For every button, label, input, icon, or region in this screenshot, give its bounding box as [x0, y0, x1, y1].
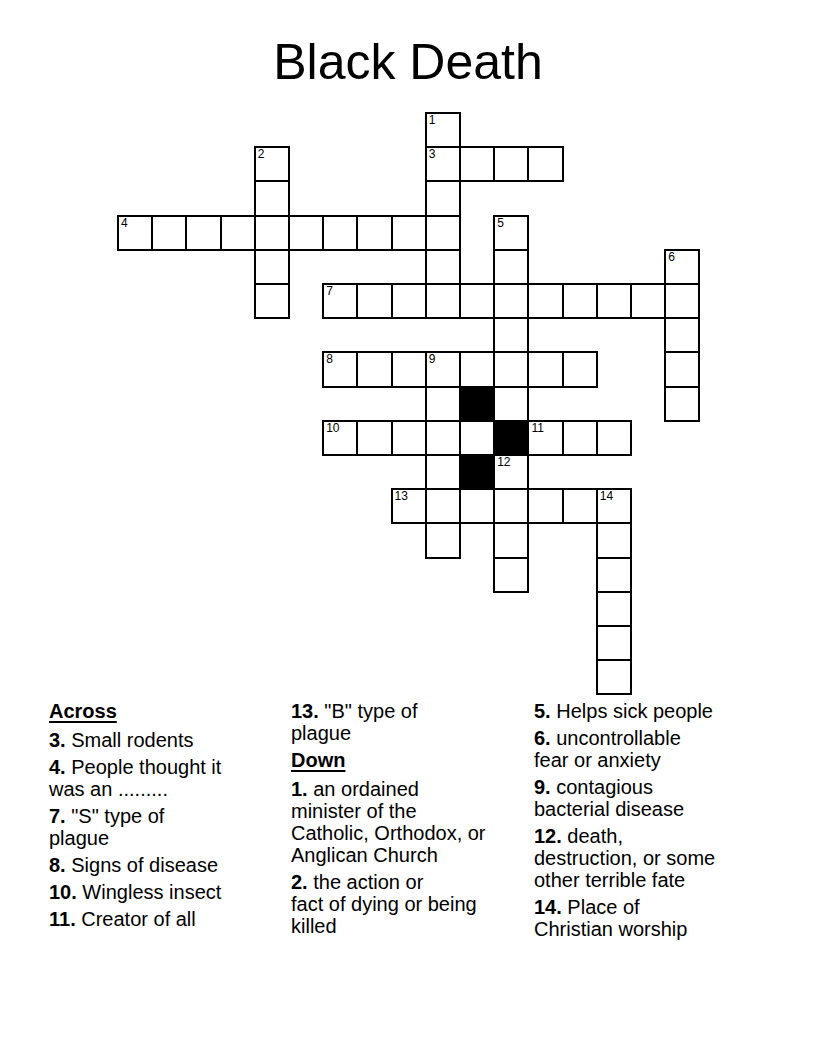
clue-number: 2.: [291, 871, 308, 893]
clue-text-line: 6. uncontrollable: [534, 727, 715, 749]
white-cell[interactable]: 13: [391, 488, 427, 524]
white-cell[interactable]: [425, 454, 461, 490]
clue-7: 7. "S" type ofplague: [49, 805, 221, 849]
clue-text-line: Catholic, Orthodox, or: [291, 822, 486, 844]
clue-6: 6. uncontrollablefear or anxiety: [534, 727, 715, 771]
clue-number: 10.: [49, 881, 77, 903]
clue-text-line: fact of dying or being: [291, 893, 486, 915]
white-cell[interactable]: [493, 557, 529, 593]
clue-text-line: 8. Signs of disease: [49, 854, 221, 876]
white-cell[interactable]: [459, 488, 495, 524]
clue-text-line: 13. "B" type of: [291, 700, 486, 722]
white-cell[interactable]: [459, 283, 495, 319]
white-cell[interactable]: [425, 488, 461, 524]
white-cell[interactable]: 6: [664, 249, 700, 285]
clue-text-line: 4. People thought it: [49, 756, 221, 778]
clue-number: 12.: [534, 825, 562, 847]
cell-number: 13: [395, 490, 408, 503]
white-cell[interactable]: [493, 386, 529, 422]
black-cell: [459, 454, 495, 490]
white-cell[interactable]: [254, 215, 290, 251]
cell-number: 4: [121, 217, 128, 230]
white-cell[interactable]: [562, 488, 598, 524]
white-cell[interactable]: [425, 215, 461, 251]
clue-number: 13.: [291, 700, 319, 722]
white-cell[interactable]: [493, 522, 529, 558]
white-cell[interactable]: [425, 386, 461, 422]
clue-text-line: other terrible fate: [534, 869, 715, 891]
white-cell[interactable]: [562, 283, 598, 319]
clue-14: 14. Place ofChristian worship: [534, 896, 715, 940]
clue-text-line: 5. Helps sick people: [534, 700, 715, 722]
clue-3: 3. Small rodents: [49, 729, 221, 751]
cell-number: 10: [326, 422, 339, 435]
white-cell[interactable]: [356, 420, 392, 456]
clue-text-line: Anglican Church: [291, 844, 486, 866]
white-cell[interactable]: [220, 215, 256, 251]
white-cell[interactable]: [322, 215, 358, 251]
clue-text-line: 14. Place of: [534, 896, 715, 918]
white-cell[interactable]: 8: [322, 351, 358, 387]
clue-text-line: 2. the action or: [291, 871, 486, 893]
black-cell: [459, 386, 495, 422]
clue-text-line: minister of the: [291, 800, 486, 822]
white-cell[interactable]: [254, 283, 290, 319]
white-cell[interactable]: [185, 215, 221, 251]
clue-text-line: 12. death,: [534, 825, 715, 847]
clue-text-line: 10. Wingless insect: [49, 881, 221, 903]
white-cell[interactable]: [493, 488, 529, 524]
clue-number: 9.: [534, 776, 551, 798]
white-cell[interactable]: [391, 420, 427, 456]
white-cell[interactable]: [425, 420, 461, 456]
cell-number: 3: [429, 148, 436, 161]
white-cell[interactable]: [596, 522, 632, 558]
clue-text-line: 3. Small rodents: [49, 729, 221, 751]
clue-12: 12. death,destruction, or someother terr…: [534, 825, 715, 891]
cell-number: 14: [600, 490, 613, 503]
white-cell[interactable]: [493, 351, 529, 387]
clue-5: 5. Helps sick people: [534, 700, 715, 722]
white-cell[interactable]: [425, 522, 461, 558]
clue-list-header-down: Down: [291, 749, 486, 771]
clue-text-line: bacterial disease: [534, 798, 715, 820]
clue-column-1: Across3. Small rodents4. People thought …: [49, 700, 221, 935]
clue-text-line: 1. an ordained: [291, 778, 486, 800]
clue-1: 1. an ordainedminister of theCatholic, O…: [291, 778, 486, 866]
white-cell[interactable]: [562, 351, 598, 387]
white-cell[interactable]: 11: [527, 420, 563, 456]
clue-text-line: 11. Creator of all: [49, 908, 221, 930]
white-cell[interactable]: [356, 283, 392, 319]
white-cell[interactable]: 2: [254, 146, 290, 182]
white-cell[interactable]: [596, 591, 632, 627]
white-cell[interactable]: [527, 488, 563, 524]
white-cell[interactable]: [527, 351, 563, 387]
clue-number: 5.: [534, 700, 551, 722]
clue-column-3: 5. Helps sick people6. uncontrollablefea…: [534, 700, 715, 945]
white-cell[interactable]: [596, 659, 632, 695]
white-cell[interactable]: [493, 283, 529, 319]
clue-text-line: destruction, or some: [534, 847, 715, 869]
clue-number: 11.: [49, 908, 76, 930]
clue-column-2: 13. "B" type ofplagueDown1. an ordainedm…: [291, 700, 486, 942]
clue-9: 9. contagiousbacterial disease: [534, 776, 715, 820]
white-cell[interactable]: 3: [425, 146, 461, 182]
clue-10: 10. Wingless insect: [49, 881, 221, 903]
black-cell: [493, 420, 529, 456]
clue-number: 8.: [49, 854, 66, 876]
clue-text-line: Christian worship: [534, 918, 715, 940]
white-cell[interactable]: [391, 215, 427, 251]
cell-number: 6: [668, 251, 675, 264]
white-cell[interactable]: 10: [322, 420, 358, 456]
cell-number: 9: [429, 353, 436, 366]
clue-text-line: plague: [49, 827, 221, 849]
clue-text-line: 7. "S" type of: [49, 805, 221, 827]
white-cell[interactable]: [596, 557, 632, 593]
white-cell[interactable]: [664, 351, 700, 387]
clue-number: 4.: [49, 756, 66, 778]
white-cell[interactable]: 4: [117, 215, 153, 251]
clue-list-header-across: Across: [49, 700, 221, 722]
clue-text-line: plague: [291, 722, 486, 744]
cell-number: 7: [326, 285, 333, 298]
clue-number: 3.: [49, 729, 66, 751]
clue-number: 14.: [534, 896, 562, 918]
white-cell[interactable]: [664, 283, 700, 319]
white-cell[interactable]: 7: [322, 283, 358, 319]
cell-number: 11: [531, 422, 543, 435]
white-cell[interactable]: [493, 249, 529, 285]
puzzle-title: Black Death: [0, 34, 816, 90]
clue-13: 13. "B" type ofplague: [291, 700, 486, 744]
clue-text-line: killed: [291, 915, 486, 937]
white-cell[interactable]: [459, 146, 495, 182]
white-cell[interactable]: 9: [425, 351, 461, 387]
clue-4: 4. People thought itwas an .........: [49, 756, 221, 800]
white-cell[interactable]: 1: [425, 112, 461, 148]
clue-2: 2. the action orfact of dying or beingki…: [291, 871, 486, 937]
cell-number: 8: [326, 353, 333, 366]
white-cell[interactable]: [391, 351, 427, 387]
clue-text-line: fear or anxiety: [534, 749, 715, 771]
white-cell[interactable]: [493, 317, 529, 353]
cell-number: 5: [497, 217, 504, 230]
white-cell[interactable]: 14: [596, 488, 632, 524]
white-cell[interactable]: [630, 283, 666, 319]
clue-text-line: 9. contagious: [534, 776, 715, 798]
white-cell[interactable]: [151, 215, 187, 251]
page: Black Death 1234567891011121314 Across3.…: [0, 0, 816, 1056]
clue-number: 1.: [291, 778, 308, 800]
clue-11: 11. Creator of all: [49, 908, 221, 930]
white-cell[interactable]: [596, 625, 632, 661]
clue-8: 8. Signs of disease: [49, 854, 221, 876]
cell-number: 1: [429, 114, 436, 127]
white-cell[interactable]: [664, 386, 700, 422]
white-cell[interactable]: [356, 215, 392, 251]
white-cell[interactable]: [527, 283, 563, 319]
clue-number: 6.: [534, 727, 551, 749]
white-cell[interactable]: [459, 420, 495, 456]
cell-number: 12: [497, 456, 510, 469]
white-cell[interactable]: [288, 215, 324, 251]
white-cell[interactable]: [391, 283, 427, 319]
white-cell[interactable]: 12: [493, 454, 529, 490]
white-cell[interactable]: [596, 283, 632, 319]
white-cell[interactable]: [356, 351, 392, 387]
white-cell[interactable]: [596, 420, 632, 456]
white-cell[interactable]: [425, 249, 461, 285]
white-cell[interactable]: [459, 351, 495, 387]
clue-number: 7.: [49, 805, 66, 827]
white-cell[interactable]: [425, 283, 461, 319]
cell-number: 2: [258, 148, 265, 161]
white-cell[interactable]: 5: [493, 215, 529, 251]
white-cell[interactable]: [254, 180, 290, 216]
white-cell[interactable]: [254, 249, 290, 285]
white-cell[interactable]: [527, 146, 563, 182]
white-cell[interactable]: [562, 420, 598, 456]
white-cell[interactable]: [664, 317, 700, 353]
white-cell[interactable]: [493, 146, 529, 182]
clue-text-line: was an .........: [49, 778, 221, 800]
white-cell[interactable]: [425, 180, 461, 216]
